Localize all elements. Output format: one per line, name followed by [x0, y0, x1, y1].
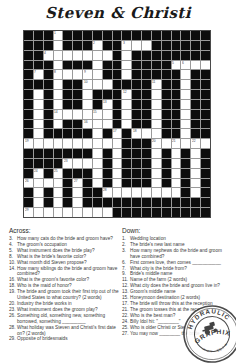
black-cell [73, 169, 82, 178]
black-cell [103, 198, 112, 207]
black-cell [83, 31, 92, 40]
grid-cell[interactable] [152, 129, 161, 138]
black-cell [181, 159, 190, 168]
black-cell [113, 80, 122, 89]
grid-cell[interactable]: 11 [152, 80, 161, 89]
grid-cell[interactable]: 28 [103, 188, 112, 197]
black-cell [162, 61, 171, 70]
black-cell [63, 41, 72, 50]
black-cell [34, 51, 43, 60]
black-cell [73, 120, 82, 129]
grid-cell[interactable] [83, 100, 92, 109]
grid-cell[interactable] [63, 208, 72, 217]
grid-cell[interactable] [191, 159, 200, 168]
black-cell [152, 198, 161, 207]
grid-cell[interactable]: 17 [113, 129, 122, 138]
black-cell [152, 61, 161, 70]
grid-cell[interactable]: 16 [83, 120, 92, 129]
grid-cell[interactable]: 14 [54, 110, 63, 119]
grid-cell[interactable] [83, 51, 92, 60]
grid-cell[interactable] [132, 41, 141, 50]
grid-cell[interactable] [103, 139, 112, 148]
grid-cell[interactable] [132, 188, 141, 197]
black-cell [103, 129, 112, 138]
clue-number: 15 [93, 110, 97, 113]
black-cell [172, 100, 181, 109]
black-cell [152, 70, 161, 79]
grid-cell[interactable] [54, 41, 63, 50]
grid-cell[interactable] [172, 169, 181, 178]
grid-cell[interactable] [113, 159, 122, 168]
black-cell [93, 31, 102, 40]
grid-cell[interactable] [172, 159, 181, 168]
black-cell [162, 70, 171, 79]
grid-cell[interactable] [162, 139, 171, 148]
grid-cell[interactable] [152, 169, 161, 178]
black-cell [122, 129, 131, 138]
down-header: Down: [122, 227, 232, 234]
grid-cell[interactable]: 12 [122, 90, 131, 99]
grid-cell[interactable] [93, 179, 102, 188]
black-cell [63, 90, 72, 99]
grid-cell[interactable] [142, 129, 151, 138]
grid-cell[interactable] [103, 120, 112, 129]
black-cell [24, 70, 33, 79]
grid-cell[interactable] [103, 80, 112, 89]
black-cell [162, 31, 171, 40]
clue-number: 2 [93, 41, 95, 44]
grid-cell[interactable]: 22 [191, 139, 200, 148]
grid-cell[interactable] [54, 120, 63, 129]
grid-cell[interactable]: 13 [103, 100, 112, 109]
grid-cell[interactable] [54, 179, 63, 188]
across-header: Across: [9, 227, 119, 234]
grid-cell[interactable] [152, 149, 161, 158]
grid-cell[interactable] [191, 169, 200, 178]
grid-cell[interactable] [152, 159, 161, 168]
grid-cell[interactable] [122, 120, 131, 129]
black-cell [44, 129, 53, 138]
black-cell [122, 208, 131, 217]
black-cell [93, 100, 102, 109]
grid-cell[interactable] [83, 208, 92, 217]
black-cell [201, 169, 210, 178]
clue-number: 3 [123, 41, 125, 44]
black-cell [63, 120, 72, 129]
black-cell [44, 198, 53, 207]
black-cell [191, 198, 200, 207]
clue-number: 7 [34, 70, 36, 73]
black-cell [142, 149, 151, 158]
grid-cell[interactable] [54, 188, 63, 197]
grid-cell[interactable] [113, 179, 122, 188]
grid-cell[interactable] [122, 70, 131, 79]
grid-cell[interactable] [122, 61, 131, 70]
grid-cell[interactable]: 21 [172, 139, 181, 148]
black-cell [93, 90, 102, 99]
clue-item: 29.Opposite of bridesmaids [9, 336, 119, 342]
black-cell [142, 100, 151, 109]
grid-cell[interactable] [172, 179, 181, 188]
grid-cell[interactable] [63, 110, 72, 119]
grid-cell[interactable] [54, 198, 63, 207]
puzzle-page: Steven & Christi 12345678910111213141516… [0, 0, 236, 364]
black-cell [113, 100, 122, 109]
grid-cell[interactable] [122, 110, 131, 119]
clue-number: 21 [172, 139, 176, 142]
black-cell [24, 149, 33, 158]
grid-cell[interactable] [73, 159, 82, 168]
black-cell [142, 110, 151, 119]
grid-cell[interactable] [73, 139, 82, 148]
black-cell [83, 149, 92, 158]
black-cell [191, 41, 200, 50]
grid-cell[interactable] [103, 51, 112, 60]
black-cell [44, 110, 53, 119]
grid-cell[interactable] [122, 51, 131, 60]
black-cell [73, 41, 82, 50]
grid-cell[interactable] [63, 139, 72, 148]
black-cell [63, 179, 72, 188]
clue-item-number: 26. [9, 313, 17, 325]
grid-cell[interactable]: 5 [172, 61, 181, 70]
grid-cell[interactable] [93, 129, 102, 138]
black-cell [63, 61, 72, 70]
black-cell [103, 90, 112, 99]
grid-cell[interactable] [152, 110, 161, 119]
black-cell [44, 70, 53, 79]
black-cell [44, 100, 53, 109]
grid-cell[interactable] [44, 139, 53, 148]
grid-cell[interactable] [44, 179, 53, 188]
grid-cell[interactable]: 20 [152, 139, 161, 148]
black-cell [63, 169, 72, 178]
black-cell [132, 61, 141, 70]
grid-cell[interactable]: 18 [132, 129, 141, 138]
grid-cell[interactable] [181, 100, 190, 109]
clue-item: 26.Something old, something new, somethi… [9, 313, 119, 325]
black-cell [93, 188, 102, 197]
black-cell [181, 149, 190, 158]
grid-cell[interactable] [44, 208, 53, 217]
black-cell [73, 149, 82, 158]
black-cell [132, 179, 141, 188]
grid-cell[interactable]: 4 [44, 51, 53, 60]
black-cell [201, 208, 210, 217]
black-cell [201, 41, 210, 50]
black-cell [34, 149, 43, 158]
grid-cell[interactable] [93, 149, 102, 158]
grid-cell[interactable] [191, 179, 200, 188]
grid-cell[interactable] [201, 139, 210, 148]
black-cell [201, 188, 210, 197]
clue-item-number: 27. [122, 331, 130, 337]
black-cell [201, 198, 210, 207]
grid-cell[interactable] [103, 110, 112, 119]
grid-cell[interactable] [34, 90, 43, 99]
grid-cell[interactable]: 25 [54, 169, 63, 178]
black-cell [191, 80, 200, 89]
grid-cell[interactable] [73, 188, 82, 197]
clue-number: 12 [123, 90, 127, 93]
grid-cell[interactable] [93, 80, 102, 89]
black-cell [122, 139, 131, 148]
black-cell [191, 90, 200, 99]
black-cell [132, 100, 141, 109]
black-cell [172, 80, 181, 89]
clue-item-number: 19. [9, 289, 17, 301]
black-cell [113, 61, 122, 70]
black-cell [24, 129, 33, 138]
black-cell [201, 90, 210, 99]
grid-cell[interactable] [73, 110, 82, 119]
grid-cell[interactable] [191, 188, 200, 197]
grid-cell[interactable] [152, 179, 161, 188]
grid-cell[interactable] [181, 120, 190, 129]
black-cell [63, 129, 72, 138]
black-cell [201, 100, 210, 109]
black-cell [201, 110, 210, 119]
grid-cell[interactable]: 23 [63, 159, 72, 168]
grid-cell[interactable] [93, 139, 102, 148]
grid-cell[interactable]: 15 [93, 110, 102, 119]
grid-cell[interactable] [181, 129, 190, 138]
grid-cell[interactable] [93, 169, 102, 178]
black-cell [103, 61, 112, 70]
grid-cell[interactable]: 6 [181, 61, 190, 70]
grid-cell[interactable] [113, 188, 122, 197]
black-cell [122, 179, 131, 188]
grid-cell[interactable] [73, 51, 82, 60]
grid-cell[interactable] [93, 120, 102, 129]
grid-cell[interactable] [191, 149, 200, 158]
clue-number: 20 [152, 139, 156, 142]
black-cell [83, 169, 92, 178]
grid-cell[interactable] [34, 110, 43, 119]
clue-item: 28.What holiday was Steven and Christi's… [9, 325, 119, 337]
grid-cell[interactable] [63, 70, 72, 79]
grid-cell[interactable]: 29 [24, 208, 33, 217]
clue-number: 14 [54, 110, 58, 113]
black-cell [132, 51, 141, 60]
grid-cell[interactable] [142, 41, 151, 50]
black-cell [152, 31, 161, 40]
grid-cell[interactable] [181, 90, 190, 99]
grid-cell[interactable] [162, 188, 171, 197]
black-cell [44, 31, 53, 40]
clue-item-number: 3. [122, 248, 130, 260]
black-cell [113, 208, 122, 217]
grid-cell[interactable] [93, 159, 102, 168]
grid-cell[interactable] [113, 169, 122, 178]
black-cell [152, 41, 161, 50]
black-cell [63, 198, 72, 207]
grid-cell[interactable] [152, 100, 161, 109]
grid-cell[interactable]: 26 [24, 179, 33, 188]
clue-item-number: 29. [9, 336, 17, 342]
black-cell [142, 90, 151, 99]
grid-cell[interactable]: 10 [83, 80, 92, 89]
black-cell [172, 120, 181, 129]
clue-number: 6 [182, 61, 184, 64]
grid-cell[interactable] [73, 198, 82, 207]
black-cell [201, 70, 210, 79]
clue-number: 5 [172, 61, 174, 64]
grid-cell[interactable]: 3 [122, 41, 131, 50]
grid-cell[interactable] [181, 70, 190, 79]
black-cell [162, 129, 171, 138]
grid-cell[interactable] [172, 188, 181, 197]
black-cell [142, 70, 151, 79]
black-cell [132, 169, 141, 178]
black-cell [24, 169, 33, 178]
grid-cell[interactable] [54, 61, 63, 70]
grid-cell[interactable]: 19 [24, 139, 33, 148]
grid-cell[interactable] [152, 90, 161, 99]
black-cell [54, 129, 63, 138]
grid-cell[interactable] [172, 149, 181, 158]
grid-cell[interactable] [34, 139, 43, 148]
black-cell [113, 110, 122, 119]
black-cell [113, 120, 122, 129]
black-cell [191, 208, 200, 217]
black-cell [162, 110, 171, 119]
grid-cell[interactable]: 7 [34, 70, 43, 79]
grid-cell[interactable] [122, 188, 131, 197]
black-cell [63, 80, 72, 89]
black-cell [103, 31, 112, 40]
black-cell [103, 179, 112, 188]
black-cell [132, 31, 141, 40]
clue-number: 19 [25, 139, 29, 142]
grid-cell[interactable] [93, 70, 102, 79]
grid-cell[interactable] [54, 100, 63, 109]
black-cell [132, 120, 141, 129]
grid-cell[interactable] [54, 90, 63, 99]
grid-cell[interactable]: 24 [34, 169, 43, 178]
grid-cell[interactable] [113, 149, 122, 158]
clue-number: 26 [25, 179, 29, 182]
grid-cell[interactable] [191, 61, 200, 70]
black-cell [113, 198, 122, 207]
black-cell [172, 110, 181, 119]
black-cell [172, 90, 181, 99]
grid-cell[interactable] [83, 90, 92, 99]
black-cell [103, 169, 112, 178]
clue-number: 29 [25, 208, 29, 211]
grid-cell[interactable] [152, 120, 161, 129]
grid-cell[interactable]: 9 [83, 70, 92, 79]
black-cell [113, 70, 122, 79]
clue-item-text: Something old, something new, something … [17, 313, 119, 325]
black-cell [162, 169, 171, 178]
black-cell [181, 198, 190, 207]
black-cell [172, 31, 181, 40]
clue-number: 22 [192, 139, 196, 142]
grid-cell[interactable] [73, 208, 82, 217]
black-cell [172, 129, 181, 138]
grid-cell[interactable] [54, 80, 63, 89]
grid-cell[interactable] [54, 51, 63, 60]
black-cell [34, 159, 43, 168]
black-cell [73, 90, 82, 99]
grid-cell[interactable] [122, 100, 131, 109]
black-cell [44, 149, 53, 158]
across-clues-section: Across: 3.How many cats do the bride and… [9, 227, 119, 342]
black-cell [122, 149, 131, 158]
grid-cell[interactable] [152, 188, 161, 197]
clue-item: 3.How many nephews do the bride and groo… [122, 248, 232, 260]
black-cell [34, 61, 43, 70]
black-cell [181, 169, 190, 178]
black-cell [132, 208, 141, 217]
grid-cell[interactable] [181, 110, 190, 119]
grid-cell[interactable] [83, 159, 92, 168]
clue-number: 28 [103, 188, 107, 191]
black-cell [132, 139, 141, 148]
clue-number: 1 [54, 31, 56, 34]
grid-cell[interactable] [34, 188, 43, 197]
grid-cell[interactable] [34, 120, 43, 129]
black-cell [44, 61, 53, 70]
clue-item-text: What holiday was Steven and Christi's fi… [17, 325, 119, 337]
page-title: Steven & Christi [0, 4, 236, 22]
grid-cell[interactable]: 27 [73, 179, 82, 188]
grid-cell[interactable] [54, 208, 63, 217]
black-cell [201, 80, 210, 89]
black-cell [73, 100, 82, 109]
grid-cell[interactable] [63, 51, 72, 60]
grid-cell[interactable]: 8 [54, 70, 63, 79]
grid-cell[interactable] [181, 139, 190, 148]
grid-cell[interactable] [103, 208, 112, 217]
grid-cell[interactable]: 2 [93, 41, 102, 50]
crossword-grid: 1234567891011121314151617181920212223242… [23, 30, 211, 218]
black-cell [34, 41, 43, 50]
black-cell [113, 51, 122, 60]
grid-cell[interactable]: 1 [54, 31, 63, 40]
black-cell [142, 159, 151, 168]
clue-number: 18 [133, 129, 137, 132]
grid-cell[interactable] [34, 100, 43, 109]
grid-cell[interactable] [73, 70, 82, 79]
clue-number: 11 [152, 80, 155, 83]
grid-cell[interactable] [34, 129, 43, 138]
grid-cell[interactable] [93, 208, 102, 217]
grid-cell[interactable] [34, 208, 43, 217]
grid-cell[interactable] [83, 110, 92, 119]
grid-cell[interactable] [181, 80, 190, 89]
clue-item-text: Opposite of bridesmaids [17, 336, 119, 342]
grid-cell[interactable] [34, 179, 43, 188]
grid-cell[interactable] [93, 51, 102, 60]
grid-cell[interactable] [54, 139, 63, 148]
black-cell [132, 90, 141, 99]
grid-cell[interactable] [113, 139, 122, 148]
grid-cell[interactable] [201, 61, 210, 70]
grid-cell[interactable] [34, 198, 43, 207]
black-cell [181, 188, 190, 197]
black-cell [132, 149, 141, 158]
grid-cell[interactable] [142, 188, 151, 197]
clue-number: 8 [54, 70, 56, 73]
grid-cell[interactable] [93, 61, 102, 70]
across-clue-list: 3.How many cats do the bride and groom h… [9, 236, 119, 342]
grid-cell[interactable] [83, 139, 92, 148]
black-cell [201, 149, 210, 158]
black-cell [142, 139, 151, 148]
black-cell [201, 31, 210, 40]
